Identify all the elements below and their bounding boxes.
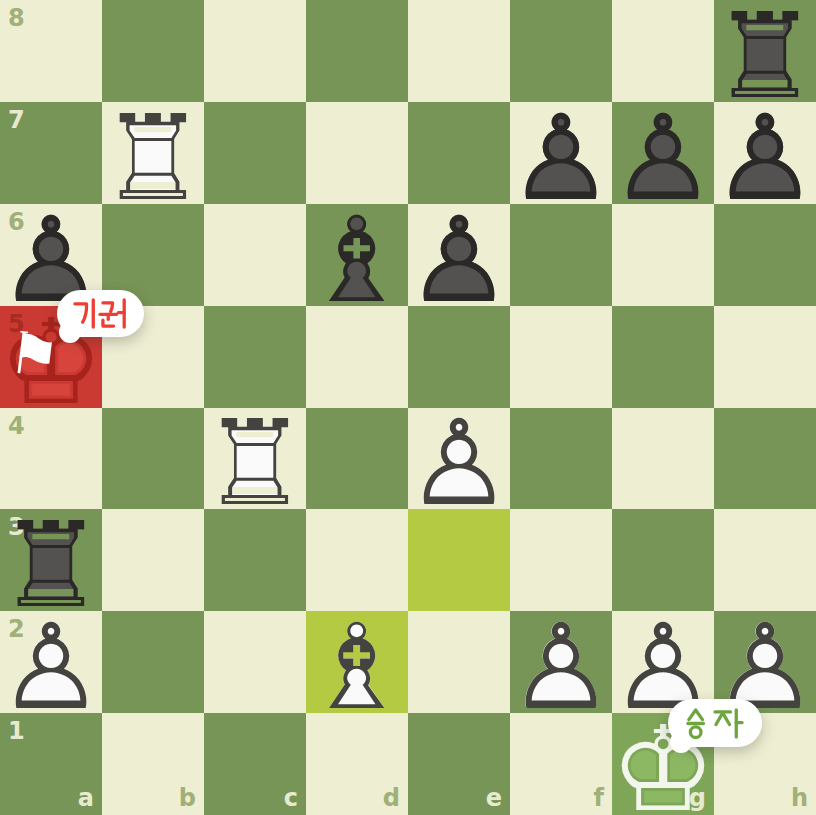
square-c6[interactable] xyxy=(204,204,306,306)
piece-outline-glyph: ♙ xyxy=(406,404,512,522)
square-c5[interactable] xyxy=(204,306,306,408)
piece-outline-glyph: ♗ xyxy=(304,608,410,726)
white-pawn[interactable]: ♟♙ xyxy=(714,611,816,713)
black-bishop[interactable]: ♝♗ xyxy=(306,204,408,306)
piece-outline-glyph: ♙ xyxy=(508,99,614,217)
white-flag-icon: ⚑ xyxy=(5,323,64,387)
piece-outline-glyph: ♗ xyxy=(304,200,410,318)
square-d3[interactable] xyxy=(306,509,408,611)
piece-outline-glyph: ♙ xyxy=(406,200,512,318)
square-c4[interactable]: ♜♖ xyxy=(204,408,306,510)
black-pawn[interactable]: ♟♙ xyxy=(510,102,612,204)
black-rook[interactable]: ♜♖ xyxy=(714,0,816,102)
square-d8[interactable] xyxy=(306,0,408,102)
square-h2[interactable]: ♟♙ xyxy=(714,611,816,713)
white-pawn[interactable]: ♟♙ xyxy=(408,408,510,510)
square-b3[interactable] xyxy=(102,509,204,611)
square-g5[interactable] xyxy=(612,306,714,408)
chess-game-screen: 8♜♖7♜♖♟♙♟♙♟♙6♟♙♝♗♟♙5♚♔⚑4♜♖♟♙3♜♖2♟♙♝♗♟♙♟♙… xyxy=(0,0,816,815)
piece-outline-glyph: ♙ xyxy=(0,608,104,726)
square-c8[interactable] xyxy=(204,0,306,102)
square-h5[interactable] xyxy=(714,306,816,408)
square-g2[interactable]: ♟♙ xyxy=(612,611,714,713)
piece-outline-glyph: ♖ xyxy=(100,99,206,217)
square-b2[interactable] xyxy=(102,611,204,713)
square-f8[interactable] xyxy=(510,0,612,102)
square-d4[interactable] xyxy=(306,408,408,510)
square-f7[interactable]: ♟♙ xyxy=(510,102,612,204)
square-a3[interactable]: 3♜♖ xyxy=(0,509,102,611)
black-pawn[interactable]: ♟♙ xyxy=(408,204,510,306)
white-rook[interactable]: ♜♖ xyxy=(102,102,204,204)
resignation-badge: 기권 xyxy=(57,290,144,337)
piece-outline-glyph: ♙ xyxy=(610,99,716,217)
file-label-b: b xyxy=(179,786,196,810)
square-g7[interactable]: ♟♙ xyxy=(612,102,714,204)
square-g4[interactable] xyxy=(612,408,714,510)
square-b8[interactable] xyxy=(102,0,204,102)
black-rook[interactable]: ♜♖ xyxy=(0,509,102,611)
square-f3[interactable] xyxy=(510,509,612,611)
white-bishop[interactable]: ♝♗ xyxy=(306,611,408,713)
square-d6[interactable]: ♝♗ xyxy=(306,204,408,306)
black-pawn[interactable]: ♟♙ xyxy=(714,102,816,204)
square-f4[interactable] xyxy=(510,408,612,510)
white-pawn[interactable]: ♟♙ xyxy=(0,611,102,713)
square-c2[interactable] xyxy=(204,611,306,713)
file-label-f: f xyxy=(594,786,604,810)
rank-label-8: 8 xyxy=(8,6,25,30)
file-label-e: e xyxy=(486,786,502,810)
square-h7[interactable]: ♟♙ xyxy=(714,102,816,204)
file-label-h: h xyxy=(791,786,808,810)
winner-badge-glyph xyxy=(686,708,744,739)
piece-outline-glyph: ♖ xyxy=(202,404,308,522)
square-e2[interactable] xyxy=(408,611,510,713)
square-h3[interactable] xyxy=(714,509,816,611)
piece-outline-glyph: ♙ xyxy=(508,608,614,726)
resignation-badge-glyph xyxy=(72,298,130,329)
rank-label-7: 7 xyxy=(8,108,25,132)
white-rook[interactable]: ♜♖ xyxy=(204,408,306,510)
square-h4[interactable] xyxy=(714,408,816,510)
square-a8[interactable]: 8 xyxy=(0,0,102,102)
square-e7[interactable] xyxy=(408,102,510,204)
square-a7[interactable]: 7 xyxy=(0,102,102,204)
square-e6[interactable]: ♟♙ xyxy=(408,204,510,306)
square-d7[interactable] xyxy=(306,102,408,204)
square-c1[interactable]: c xyxy=(204,713,306,815)
white-pawn[interactable]: ♟♙ xyxy=(612,611,714,713)
black-pawn[interactable]: ♟♙ xyxy=(612,102,714,204)
square-b1[interactable]: b xyxy=(102,713,204,815)
square-b4[interactable] xyxy=(102,408,204,510)
square-e1[interactable]: e xyxy=(408,713,510,815)
file-label-c: c xyxy=(284,786,298,810)
square-d2[interactable]: ♝♗ xyxy=(306,611,408,713)
square-g8[interactable] xyxy=(612,0,714,102)
square-f2[interactable]: ♟♙ xyxy=(510,611,612,713)
file-label-d: d xyxy=(383,786,400,810)
chess-board: 8♜♖7♜♖♟♙♟♙♟♙6♟♙♝♗♟♙5♚♔⚑4♜♖♟♙3♜♖2♟♙♝♗♟♙♟♙… xyxy=(0,0,816,815)
square-e4[interactable]: ♟♙ xyxy=(408,408,510,510)
file-label-a: a xyxy=(78,786,94,810)
square-h8[interactable]: ♜♖ xyxy=(714,0,816,102)
white-pawn[interactable]: ♟♙ xyxy=(510,611,612,713)
square-f5[interactable] xyxy=(510,306,612,408)
square-a2[interactable]: 2♟♙ xyxy=(0,611,102,713)
square-b7[interactable]: ♜♖ xyxy=(102,102,204,204)
winner-badge: 승자 xyxy=(668,699,762,747)
square-c7[interactable] xyxy=(204,102,306,204)
piece-outline-glyph: ♙ xyxy=(712,99,816,217)
square-e8[interactable] xyxy=(408,0,510,102)
square-g3[interactable] xyxy=(612,509,714,611)
